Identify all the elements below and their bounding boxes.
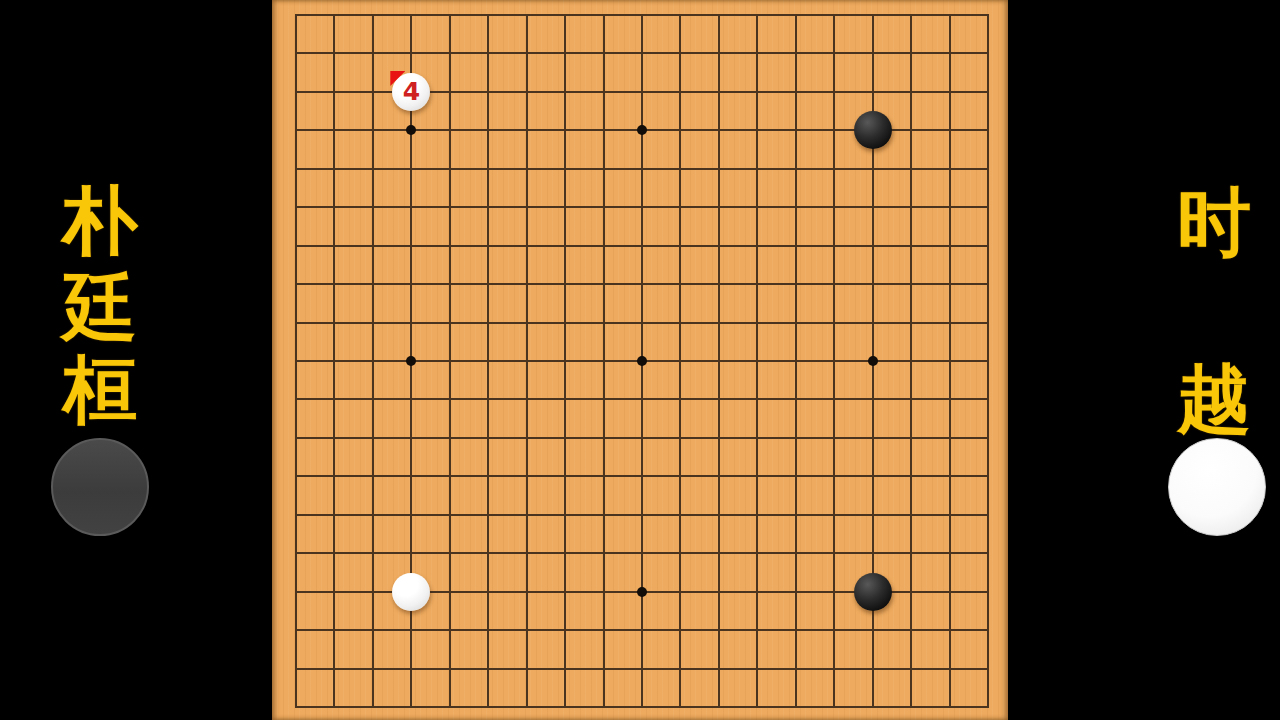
white-player-name-char: 越 (1159, 355, 1269, 442)
star-point (637, 356, 647, 366)
star-point (868, 356, 878, 366)
white-stone-icon (1168, 438, 1266, 536)
move-number-label: 4 (403, 79, 420, 104)
stone-white-d4 (392, 573, 430, 611)
star-point (406, 125, 416, 135)
star-point (637, 587, 647, 597)
stone-black-q16 (854, 111, 892, 149)
player-panel-black: 朴 廷 桓 (0, 0, 272, 720)
video-frame: 朴 廷 桓 4 时 越 (0, 0, 1280, 720)
black-stone-icon (51, 438, 149, 536)
black-player-name-char: 廷 (45, 264, 155, 351)
star-point (637, 125, 647, 135)
star-point (406, 356, 416, 366)
stone-white-d17: 4 (392, 73, 430, 111)
goban-grid[interactable]: 4 (295, 14, 989, 708)
black-player-name-char: 朴 (45, 177, 155, 264)
go-board: 4 (272, 0, 1008, 720)
white-player-name-char: 时 (1159, 179, 1269, 266)
black-player-name-char: 桓 (45, 346, 155, 433)
stone-black-q4 (854, 573, 892, 611)
player-panel-white: 时 越 (1008, 0, 1280, 720)
